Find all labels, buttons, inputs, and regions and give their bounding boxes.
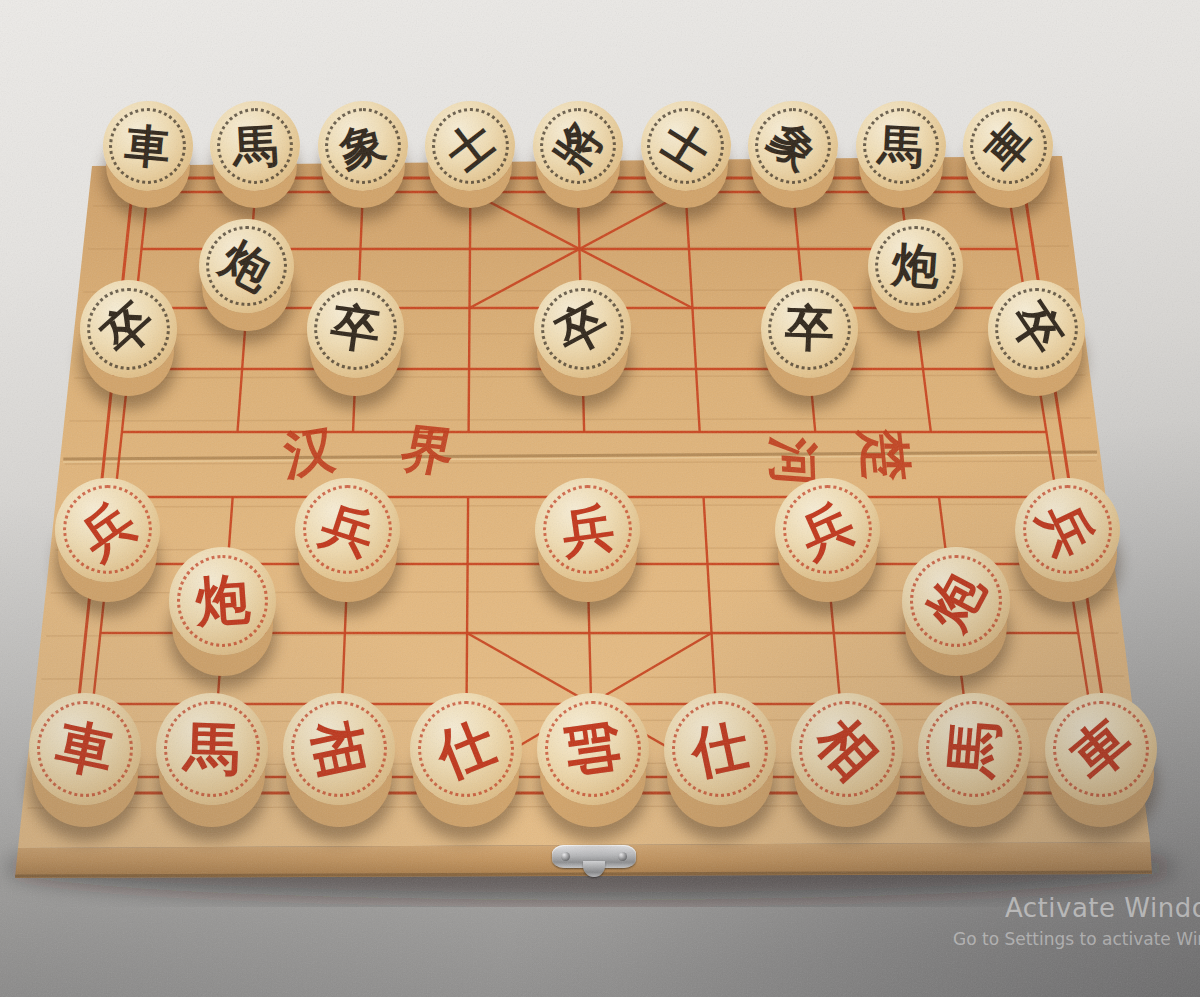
piece-glyph: 象	[335, 118, 390, 173]
piece-glyph: 車	[1062, 710, 1141, 789]
piece-red-elephant: 相	[283, 693, 395, 805]
piece-glyph: 馬	[232, 122, 279, 169]
piece-red-soldier: 兵	[775, 478, 880, 583]
piece-glyph: 相	[306, 716, 372, 782]
piece-black-chariot: 車	[963, 101, 1053, 191]
piece-glyph: 士	[655, 115, 717, 177]
piece-red-horse: 馬	[918, 693, 1030, 805]
piece-glyph: 兵	[315, 497, 381, 563]
piece-black-soldier: 卒	[988, 280, 1085, 377]
piece-glyph: 仕	[430, 713, 503, 786]
piece-glyph: 相	[807, 709, 886, 788]
piece-glyph: 炮	[890, 241, 940, 291]
piece-red-horse: 馬	[156, 693, 268, 805]
piece-glyph: 馬	[183, 720, 241, 778]
piece-red-cannon: 炮	[902, 547, 1009, 654]
piece-glyph: 卒	[94, 294, 163, 363]
piece-glyph: 兵	[1032, 495, 1102, 565]
piece-glyph: 車	[123, 122, 172, 171]
piece-red-advisor: 仕	[410, 693, 522, 805]
watermark-activate-windows: Activate Windows Go to Settings to activ…	[1005, 893, 1200, 949]
piece-red-chariot: 車	[1045, 693, 1157, 805]
piece-black-elephant: 象	[748, 101, 838, 191]
piece-glyph: 炮	[919, 564, 992, 637]
pieces-layer: 車馬象士將士象馬車炮炮卒卒卒卒卒兵兵兵兵兵炮炮車馬相仕帥仕相馬車	[0, 0, 1200, 997]
piece-glyph: 將	[547, 115, 610, 178]
piece-glyph: 炮	[194, 572, 252, 630]
piece-glyph: 兵	[793, 496, 862, 565]
piece-glyph: 車	[977, 114, 1041, 178]
piece-red-elephant: 相	[791, 693, 903, 805]
piece-glyph: 卒	[328, 301, 383, 356]
piece-red-cannon: 炮	[169, 547, 276, 654]
piece-black-elephant: 象	[318, 101, 408, 191]
piece-red-soldier: 兵	[55, 478, 160, 583]
piece-black-advisor: 士	[641, 101, 731, 191]
piece-black-soldier: 卒	[761, 280, 858, 377]
piece-black-chariot: 車	[103, 101, 193, 191]
piece-black-cannon: 炮	[868, 219, 963, 314]
piece-black-advisor: 士	[425, 101, 515, 191]
piece-glyph: 卒	[784, 304, 835, 355]
piece-glyph: 兵	[558, 501, 617, 560]
piece-glyph: 炮	[215, 234, 279, 298]
piece-glyph: 馬	[877, 122, 924, 169]
piece-black-horse: 馬	[856, 101, 946, 191]
photo-scene: { "game": "xiangqi (Chinese chess), wood…	[0, 0, 1200, 997]
piece-black-soldier: 卒	[80, 280, 177, 377]
watermark-line2: Go to Settings to activate Windows.	[953, 929, 1200, 949]
piece-glyph: 象	[761, 114, 825, 178]
piece-glyph: 車	[52, 716, 118, 782]
piece-red-soldier: 兵	[535, 478, 640, 583]
piece-black-cannon: 炮	[199, 219, 294, 314]
piece-black-soldier: 卒	[307, 280, 404, 377]
piece-black-soldier: 卒	[534, 280, 631, 377]
piece-red-soldier: 兵	[1015, 478, 1120, 583]
piece-glyph: 仕	[687, 716, 753, 782]
piece-black-general: 將	[533, 101, 623, 191]
piece-red-advisor: 仕	[664, 693, 776, 805]
piece-black-horse: 馬	[210, 101, 300, 191]
piece-glyph: 卒	[1002, 295, 1070, 363]
piece-glyph: 兵	[72, 494, 144, 566]
piece-red-soldier: 兵	[295, 478, 400, 583]
piece-red-general: 帥	[537, 693, 649, 805]
piece-red-chariot: 車	[29, 693, 141, 805]
watermark-line1: Activate Windows	[1005, 893, 1200, 923]
piece-glyph: 卒	[549, 296, 615, 362]
piece-glyph: 馬	[944, 719, 1005, 780]
piece-glyph: 帥	[561, 717, 624, 780]
piece-glyph: 士	[439, 114, 502, 177]
